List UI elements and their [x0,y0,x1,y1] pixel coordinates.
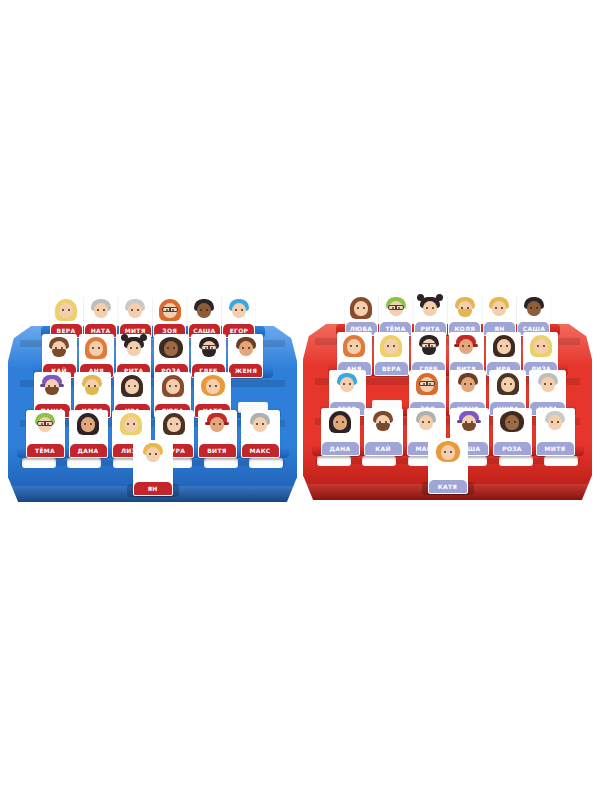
character-avatar-icon [409,370,446,402]
character-avatar-icon [194,372,231,404]
card-cell: РОЗА [493,408,532,456]
character-avatar-icon [119,296,152,324]
card-cell: ЗОЯ [153,296,186,338]
card-row: ВЕРАНАТАМИТЯЗОЯСАШАЕГОР [50,296,256,338]
empty-card-slot [204,458,238,468]
character-card[interactable]: ВИТЯ [198,410,237,458]
character-avatar-icon [50,296,83,324]
card-cell: МАКС [241,410,280,458]
character-avatar-icon [154,334,189,364]
name-plate: ДАНА [322,442,359,455]
card-cell: ТЁМА [26,410,65,458]
card-cell: САША [517,294,550,336]
card-cell: МИТЯ [536,408,575,456]
character-avatar-icon [133,440,173,482]
character-card[interactable]: НАТА [84,296,117,338]
card-cell: САША [188,296,221,338]
character-avatar-icon [517,294,550,322]
empty-card-slot [544,456,578,466]
card-cell: МИТЯ [119,296,152,338]
character-avatar-icon [153,296,186,324]
character-avatar-icon [84,296,117,324]
card-cell: ВИТЯ [198,410,237,458]
mystery-card[interactable]: ЯН [133,440,173,496]
character-avatar-icon [116,334,151,364]
empty-card-slot [362,456,396,466]
name-plate: ТЁМА [27,444,64,457]
character-avatar-icon [450,408,489,442]
character-avatar-icon [154,372,191,404]
character-card[interactable]: ДАНА [321,408,360,456]
character-card[interactable]: РОЗА [493,408,532,456]
character-avatar-icon [529,370,566,402]
name-plate: КАЙ [365,442,402,455]
card-cell: НАТА [84,296,117,338]
empty-card-slot [249,458,283,468]
character-avatar-icon [379,294,412,322]
name-plate: ВИТЯ [199,444,236,457]
character-card[interactable]: ЕГОР [222,296,255,338]
character-avatar-icon [69,410,108,444]
card-cell: РИТА [414,294,447,336]
character-avatar-icon [486,332,521,362]
empty-card-slot [22,458,56,468]
name-plate: КАТЯ [429,480,467,493]
name-plate: МАКС [242,444,279,457]
character-avatar-icon [493,408,532,442]
empty-card-slot [499,456,533,466]
character-card[interactable]: ЗОЯ [153,296,186,338]
character-avatar-icon [364,408,403,442]
character-avatar-icon [345,294,378,322]
character-card[interactable]: КОЛЯ [448,294,481,336]
character-avatar-icon [191,334,226,364]
character-avatar-icon [26,410,65,444]
character-avatar-icon [188,296,221,324]
character-avatar-icon [483,294,516,322]
card-cell: ЕГОР [222,296,255,338]
card-cell: КАЙ [364,408,403,456]
card-cell: КОЛЯ [448,294,481,336]
name-plate: ЯН [134,482,172,495]
character-avatar-icon [228,334,263,364]
card-cell: ДАНА [69,410,108,458]
character-avatar-icon [198,410,237,444]
character-avatar-icon [74,372,111,404]
card-cell: ДАНА [321,408,360,456]
empty-card-slot [317,456,351,466]
character-avatar-icon [112,410,151,444]
character-avatar-icon [407,408,446,442]
character-avatar-icon [329,370,366,402]
character-avatar-icon [411,332,446,362]
character-avatar-icon [155,410,194,444]
empty-card-slot [67,458,101,468]
character-avatar-icon [241,410,280,444]
name-plate: МИТЯ [537,442,574,455]
mystery-slot: ЯН [133,440,173,496]
mystery-slot: КАТЯ [428,438,468,494]
character-card[interactable]: МИТЯ [536,408,575,456]
character-card[interactable]: ВЕРА [50,296,83,338]
character-avatar-icon [79,334,114,364]
character-avatar-icon [374,332,409,362]
character-avatar-icon [428,438,468,480]
character-card[interactable]: ЯН [483,294,516,336]
character-card[interactable]: МИТЯ [119,296,152,338]
character-avatar-icon [114,372,151,404]
character-card[interactable]: САША [517,294,550,336]
character-avatar-icon [523,332,558,362]
board-red: ЛЮБАТЁМАРИТАКОЛЯЯНСАШААНЯВЕРАГЛЕБВИТЯИРА… [303,288,592,502]
character-avatar-icon [536,408,575,442]
card-cell: ЛЮБА [345,294,378,336]
character-avatar-icon [34,372,71,404]
board-blue: ВЕРАНАТАМИТЯЗОЯСАШАЕГОРКАЙАНЯРИТАРОЗАГЛЕ… [8,290,297,504]
character-card[interactable]: ЛЮБА [345,294,378,336]
character-avatar-icon [222,296,255,324]
character-card[interactable]: РИТА [414,294,447,336]
character-avatar-icon [449,332,484,362]
character-avatar-icon [448,294,481,322]
name-plate: РОЗА [494,442,531,455]
card-row: ЛЮБАТЁМАРИТАКОЛЯЯНСАША [345,294,551,336]
character-avatar-icon [321,408,360,442]
character-avatar-icon [489,370,526,402]
card-cell: ВЕРА [50,296,83,338]
name-plate: ДАНА [70,444,107,457]
character-card[interactable]: КАЙ [364,408,403,456]
character-card[interactable]: ТЁМА [26,410,65,458]
mystery-card[interactable]: КАТЯ [428,438,468,494]
character-avatar-icon [414,294,447,322]
character-card[interactable]: МАКС [241,410,280,458]
character-card[interactable]: САША [188,296,221,338]
character-avatar-icon [42,334,77,364]
character-avatar-icon [449,370,486,402]
character-card[interactable]: ДАНА [69,410,108,458]
card-cell: ЯН [483,294,516,336]
character-card[interactable]: ТЁМА [379,294,412,336]
product-photo: ВЕРАНАТАМИТЯЗОЯСАШАЕГОРКАЙАНЯРИТАРОЗАГЛЕ… [0,0,600,800]
character-avatar-icon [337,332,372,362]
card-cell: ТЁМА [379,294,412,336]
